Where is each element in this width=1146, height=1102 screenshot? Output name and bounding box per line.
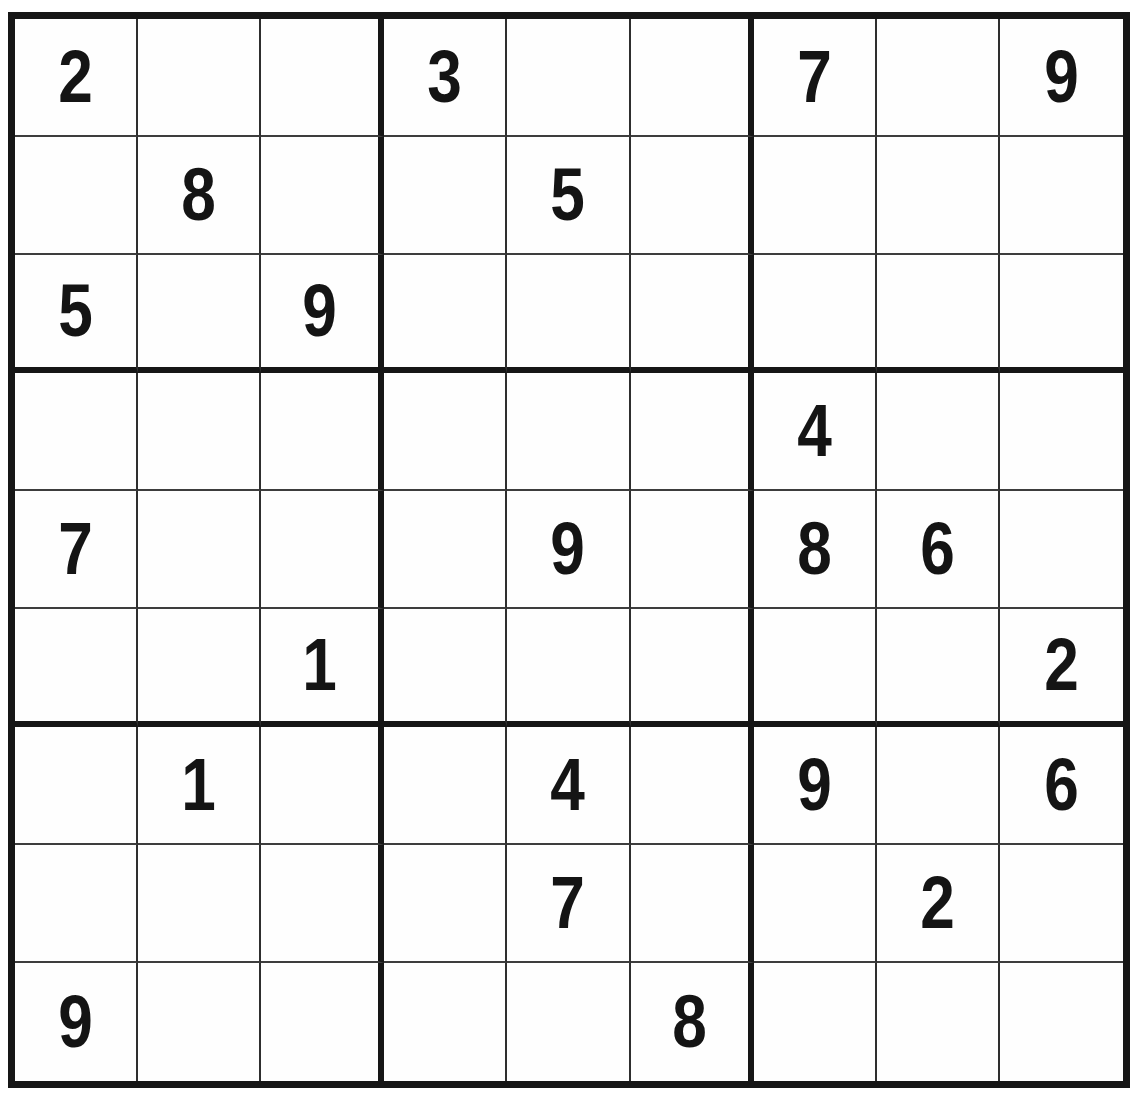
sudoku-board: 23798559479861214967298 bbox=[8, 12, 1130, 1088]
cell-r5c3[interactable] bbox=[261, 491, 384, 609]
cell-r9c6[interactable]: 8 bbox=[631, 963, 754, 1081]
cell-r9c1[interactable]: 9 bbox=[15, 963, 138, 1081]
given-digit: 9 bbox=[1044, 40, 1079, 114]
cell-r1c8[interactable] bbox=[877, 19, 1000, 137]
cell-r7c4[interactable] bbox=[384, 727, 507, 845]
cell-r2c2[interactable]: 8 bbox=[138, 137, 261, 255]
given-digit: 8 bbox=[672, 985, 707, 1059]
given-digit: 4 bbox=[797, 394, 832, 468]
cell-r2c6[interactable] bbox=[631, 137, 754, 255]
given-digit: 1 bbox=[181, 748, 216, 822]
cell-r7c8[interactable] bbox=[877, 727, 1000, 845]
cell-r4c1[interactable] bbox=[15, 373, 138, 491]
cell-r9c8[interactable] bbox=[877, 963, 1000, 1081]
cell-r9c5[interactable] bbox=[507, 963, 630, 1081]
cell-r9c7[interactable] bbox=[754, 963, 877, 1081]
cell-r2c5[interactable]: 5 bbox=[507, 137, 630, 255]
cell-r9c4[interactable] bbox=[384, 963, 507, 1081]
cell-r7c2[interactable]: 1 bbox=[138, 727, 261, 845]
given-digit: 8 bbox=[797, 512, 832, 586]
given-digit: 4 bbox=[551, 748, 586, 822]
cell-r8c2[interactable] bbox=[138, 845, 261, 963]
cell-r8c9[interactable] bbox=[1000, 845, 1123, 963]
cell-r1c3[interactable] bbox=[261, 19, 384, 137]
cell-r6c3[interactable]: 1 bbox=[261, 609, 384, 727]
cell-r5c8[interactable]: 6 bbox=[877, 491, 1000, 609]
cell-r5c4[interactable] bbox=[384, 491, 507, 609]
cell-r8c3[interactable] bbox=[261, 845, 384, 963]
cell-r8c6[interactable] bbox=[631, 845, 754, 963]
given-digit: 5 bbox=[551, 158, 586, 232]
given-digit: 2 bbox=[920, 866, 955, 940]
cell-r2c7[interactable] bbox=[754, 137, 877, 255]
cell-r3c8[interactable] bbox=[877, 255, 1000, 373]
cell-r1c5[interactable] bbox=[507, 19, 630, 137]
cell-r6c2[interactable] bbox=[138, 609, 261, 727]
cell-r4c8[interactable] bbox=[877, 373, 1000, 491]
cell-r5c7[interactable]: 8 bbox=[754, 491, 877, 609]
given-digit: 6 bbox=[1044, 748, 1079, 822]
cell-r6c9[interactable]: 2 bbox=[1000, 609, 1123, 727]
cell-r4c7[interactable]: 4 bbox=[754, 373, 877, 491]
cell-r7c3[interactable] bbox=[261, 727, 384, 845]
cell-r3c4[interactable] bbox=[384, 255, 507, 373]
given-digit: 2 bbox=[58, 40, 93, 114]
cell-r6c4[interactable] bbox=[384, 609, 507, 727]
cell-r4c9[interactable] bbox=[1000, 373, 1123, 491]
given-digit: 7 bbox=[551, 866, 586, 940]
given-digit: 5 bbox=[58, 274, 93, 348]
cell-r5c2[interactable] bbox=[138, 491, 261, 609]
cell-r9c3[interactable] bbox=[261, 963, 384, 1081]
cell-r8c4[interactable] bbox=[384, 845, 507, 963]
cell-r4c4[interactable] bbox=[384, 373, 507, 491]
given-digit: 7 bbox=[58, 512, 93, 586]
cell-r6c6[interactable] bbox=[631, 609, 754, 727]
given-digit: 9 bbox=[551, 512, 586, 586]
cell-r6c8[interactable] bbox=[877, 609, 1000, 727]
cell-r1c4[interactable]: 3 bbox=[384, 19, 507, 137]
given-digit: 6 bbox=[920, 512, 955, 586]
given-digit: 7 bbox=[797, 40, 832, 114]
cell-r1c6[interactable] bbox=[631, 19, 754, 137]
cell-r2c9[interactable] bbox=[1000, 137, 1123, 255]
cell-r8c7[interactable] bbox=[754, 845, 877, 963]
cell-r4c3[interactable] bbox=[261, 373, 384, 491]
cell-r6c5[interactable] bbox=[507, 609, 630, 727]
cell-r9c9[interactable] bbox=[1000, 963, 1123, 1081]
cell-r8c5[interactable]: 7 bbox=[507, 845, 630, 963]
cell-r8c8[interactable]: 2 bbox=[877, 845, 1000, 963]
cell-r3c7[interactable] bbox=[754, 255, 877, 373]
cell-r7c7[interactable]: 9 bbox=[754, 727, 877, 845]
cell-r4c5[interactable] bbox=[507, 373, 630, 491]
given-digit: 2 bbox=[1044, 628, 1079, 702]
cell-r3c2[interactable] bbox=[138, 255, 261, 373]
cell-r3c6[interactable] bbox=[631, 255, 754, 373]
cell-r1c7[interactable]: 7 bbox=[754, 19, 877, 137]
given-digit: 8 bbox=[181, 158, 216, 232]
given-digit: 9 bbox=[797, 748, 832, 822]
cell-r7c6[interactable] bbox=[631, 727, 754, 845]
cell-r2c3[interactable] bbox=[261, 137, 384, 255]
cell-r7c9[interactable]: 6 bbox=[1000, 727, 1123, 845]
cell-r6c1[interactable] bbox=[15, 609, 138, 727]
cell-r4c6[interactable] bbox=[631, 373, 754, 491]
cell-r1c1[interactable]: 2 bbox=[15, 19, 138, 137]
cell-r3c3[interactable]: 9 bbox=[261, 255, 384, 373]
cell-r1c9[interactable]: 9 bbox=[1000, 19, 1123, 137]
cell-r9c2[interactable] bbox=[138, 963, 261, 1081]
cell-r1c2[interactable] bbox=[138, 19, 261, 137]
cell-r5c9[interactable] bbox=[1000, 491, 1123, 609]
given-digit: 3 bbox=[428, 40, 463, 114]
cell-r7c5[interactable]: 4 bbox=[507, 727, 630, 845]
cell-r6c7[interactable] bbox=[754, 609, 877, 727]
cell-r2c8[interactable] bbox=[877, 137, 1000, 255]
cell-r3c5[interactable] bbox=[507, 255, 630, 373]
cell-r8c1[interactable] bbox=[15, 845, 138, 963]
cell-r2c4[interactable] bbox=[384, 137, 507, 255]
given-digit: 1 bbox=[302, 628, 337, 702]
cell-r5c6[interactable] bbox=[631, 491, 754, 609]
given-digit: 9 bbox=[58, 985, 93, 1059]
given-digit: 9 bbox=[302, 274, 337, 348]
cell-r2c1[interactable] bbox=[15, 137, 138, 255]
cell-r4c2[interactable] bbox=[138, 373, 261, 491]
cell-r5c1[interactable]: 7 bbox=[15, 491, 138, 609]
cell-r7c1[interactable] bbox=[15, 727, 138, 845]
cell-r3c9[interactable] bbox=[1000, 255, 1123, 373]
cell-r3c1[interactable]: 5 bbox=[15, 255, 138, 373]
cell-r5c5[interactable]: 9 bbox=[507, 491, 630, 609]
